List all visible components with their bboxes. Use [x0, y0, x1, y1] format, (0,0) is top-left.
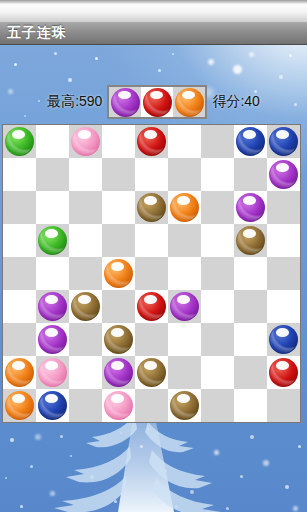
- snowflake-dot: [233, 65, 242, 74]
- board-cell[interactable]: [201, 158, 234, 191]
- preview-cell: [173, 87, 205, 117]
- board-cell[interactable]: [135, 389, 168, 422]
- preview-cell: [109, 87, 141, 117]
- ball-green[interactable]: [5, 127, 34, 156]
- ball-purple: [111, 88, 140, 117]
- ball-pink[interactable]: [38, 358, 67, 387]
- board-cell[interactable]: [69, 224, 102, 257]
- board-cell[interactable]: [102, 323, 135, 356]
- board-cell[interactable]: [3, 323, 36, 356]
- board-cell[interactable]: [36, 323, 69, 356]
- board-cell[interactable]: [201, 389, 234, 422]
- board-cell[interactable]: [3, 290, 36, 323]
- board-cell[interactable]: [201, 224, 234, 257]
- snowflake-dot: [208, 59, 214, 65]
- ball-red[interactable]: [269, 358, 298, 387]
- ball-blue[interactable]: [269, 325, 298, 354]
- board-cell[interactable]: [201, 125, 234, 158]
- board-cell[interactable]: [69, 290, 102, 323]
- board-cell[interactable]: [267, 125, 300, 158]
- snowflake-dot: [293, 506, 298, 511]
- snowflake-dot: [54, 52, 57, 55]
- board-cell[interactable]: [267, 224, 300, 257]
- board-cell[interactable]: [36, 125, 69, 158]
- ball-brown[interactable]: [236, 226, 265, 255]
- ball-green[interactable]: [38, 226, 67, 255]
- board-cell[interactable]: [201, 257, 234, 290]
- board-cell[interactable]: [69, 158, 102, 191]
- preview-cell: [141, 87, 173, 117]
- snowflake-dot: [285, 485, 289, 489]
- high-score-text: 最高:590: [47, 93, 102, 111]
- board-cell[interactable]: [36, 224, 69, 257]
- board-cell[interactable]: [3, 257, 36, 290]
- board-cell[interactable]: [234, 356, 267, 389]
- snowflake-dot: [10, 438, 14, 442]
- board-cell[interactable]: [135, 224, 168, 257]
- board-cell[interactable]: [102, 290, 135, 323]
- board-cell[interactable]: [102, 191, 135, 224]
- snowflake-dot: [249, 52, 254, 57]
- board-cell[interactable]: [201, 290, 234, 323]
- board-cell[interactable]: [135, 125, 168, 158]
- snowflake-dot: [68, 78, 72, 82]
- snowflake-dot: [14, 63, 17, 66]
- board-cell[interactable]: [36, 389, 69, 422]
- ball-brown[interactable]: [170, 391, 199, 420]
- ball-brown[interactable]: [104, 325, 133, 354]
- board-cell[interactable]: [267, 290, 300, 323]
- ball-blue[interactable]: [269, 127, 298, 156]
- board-cell[interactable]: [168, 389, 201, 422]
- ball-orange[interactable]: [104, 259, 133, 288]
- status-bar: [0, 0, 307, 22]
- board-cell[interactable]: [135, 158, 168, 191]
- ball-red[interactable]: [137, 127, 166, 156]
- board-cell[interactable]: [267, 389, 300, 422]
- snowflake-dot: [172, 53, 174, 55]
- board-cell[interactable]: [69, 191, 102, 224]
- board-cell[interactable]: [69, 257, 102, 290]
- snowflake-dot: [5, 477, 7, 479]
- board-cell[interactable]: [36, 356, 69, 389]
- ball-orange: [175, 88, 204, 117]
- ball-orange[interactable]: [170, 193, 199, 222]
- board-cell[interactable]: [234, 158, 267, 191]
- board-cell[interactable]: [201, 191, 234, 224]
- board-cell[interactable]: [3, 389, 36, 422]
- board-cell[interactable]: [36, 191, 69, 224]
- board-cell[interactable]: [168, 191, 201, 224]
- board-cell[interactable]: [267, 257, 300, 290]
- board-cell[interactable]: [36, 158, 69, 191]
- board-cell[interactable]: [234, 389, 267, 422]
- app-screen: 五子连珠 最高:590: [0, 0, 307, 512]
- board-cell[interactable]: [102, 389, 135, 422]
- board-cell[interactable]: [135, 290, 168, 323]
- board-cell[interactable]: [267, 158, 300, 191]
- ball-purple[interactable]: [104, 358, 133, 387]
- board-cell[interactable]: [135, 356, 168, 389]
- ball-orange[interactable]: [5, 391, 34, 420]
- board-cell[interactable]: [234, 323, 267, 356]
- snowflake-dot: [158, 69, 161, 72]
- ball-orange[interactable]: [5, 358, 34, 387]
- snow-tree-graphic: [22, 412, 257, 512]
- board-cell[interactable]: [69, 389, 102, 422]
- board-cell[interactable]: [234, 257, 267, 290]
- snowflake-dot: [298, 445, 301, 448]
- snowflake-dot: [263, 460, 269, 466]
- ball-brown[interactable]: [71, 292, 100, 321]
- ball-red[interactable]: [137, 292, 166, 321]
- board-cell[interactable]: [267, 356, 300, 389]
- ball-brown[interactable]: [137, 358, 166, 387]
- ball-purple[interactable]: [269, 160, 298, 189]
- ball-purple[interactable]: [170, 292, 199, 321]
- ball-purple[interactable]: [236, 193, 265, 222]
- snowflake-dot: [289, 54, 292, 57]
- board-cell[interactable]: [102, 257, 135, 290]
- board-cell[interactable]: [168, 125, 201, 158]
- board-cell[interactable]: [36, 257, 69, 290]
- ball-pink[interactable]: [71, 127, 100, 156]
- snowflake-dot: [279, 75, 283, 79]
- board-cell[interactable]: [135, 191, 168, 224]
- game-area: 最高:590 得分:40: [0, 45, 307, 512]
- board-cell[interactable]: [267, 191, 300, 224]
- board-cell[interactable]: [3, 191, 36, 224]
- board-cell[interactable]: [201, 323, 234, 356]
- scoreboard: 最高:590 得分:40: [0, 84, 307, 120]
- ball-blue[interactable]: [38, 391, 67, 420]
- board-cell[interactable]: [69, 323, 102, 356]
- board-cell[interactable]: [102, 356, 135, 389]
- board-cell[interactable]: [234, 290, 267, 323]
- next-balls-preview: [107, 85, 207, 119]
- board-cell[interactable]: [201, 356, 234, 389]
- board-cell[interactable]: [168, 224, 201, 257]
- snowflake-dot: [95, 57, 98, 60]
- board-cell[interactable]: [102, 158, 135, 191]
- board-cell[interactable]: [234, 191, 267, 224]
- board-cell[interactable]: [69, 356, 102, 389]
- board-cell[interactable]: [3, 125, 36, 158]
- board-cell[interactable]: [3, 158, 36, 191]
- board-cell[interactable]: [135, 323, 168, 356]
- ball-purple[interactable]: [38, 292, 67, 321]
- title-bar: 五子连珠: [0, 22, 307, 45]
- board-cell[interactable]: [3, 224, 36, 257]
- board-cell[interactable]: [69, 125, 102, 158]
- ball-brown[interactable]: [137, 193, 166, 222]
- board-cell[interactable]: [168, 158, 201, 191]
- board-cell[interactable]: [135, 257, 168, 290]
- board-cell[interactable]: [234, 224, 267, 257]
- current-score-text: 得分:40: [212, 93, 259, 111]
- board-cell[interactable]: [168, 290, 201, 323]
- board-cell[interactable]: [234, 125, 267, 158]
- board-cell[interactable]: [267, 323, 300, 356]
- ball-blue[interactable]: [236, 127, 265, 156]
- ball-pink[interactable]: [104, 391, 133, 420]
- ball-red: [143, 88, 172, 117]
- board-cell[interactable]: [168, 356, 201, 389]
- board-cell[interactable]: [168, 323, 201, 356]
- board-cell[interactable]: [102, 125, 135, 158]
- app-title: 五子连珠: [7, 24, 67, 42]
- board-cell[interactable]: [3, 356, 36, 389]
- ball-purple[interactable]: [38, 325, 67, 354]
- board-cell[interactable]: [102, 224, 135, 257]
- game-board: [2, 124, 301, 423]
- board-cell[interactable]: [168, 257, 201, 290]
- board-cell[interactable]: [36, 290, 69, 323]
